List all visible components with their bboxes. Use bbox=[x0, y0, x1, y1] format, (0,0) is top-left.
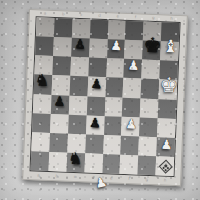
coordinate-label: g bbox=[152, 16, 155, 20]
piece-white-pawn-f3[interactable]: ♟ bbox=[125, 117, 137, 130]
coordinate-label: e bbox=[110, 176, 113, 180]
piece-black-pawn-d3[interactable]: ♟ bbox=[89, 115, 101, 128]
coordinate-label: h bbox=[164, 179, 167, 183]
board-maker-emblem bbox=[159, 160, 173, 174]
coordinate-label: f bbox=[128, 177, 130, 181]
piece-black-knight-c1[interactable]: ♞ bbox=[68, 151, 83, 168]
piece-black-knight-a5[interactable]: ♞ bbox=[35, 72, 50, 89]
coordinate-label: c bbox=[74, 175, 76, 179]
piece-white-pawn-h2[interactable]: ♟ bbox=[161, 138, 173, 151]
piece-white-king-h5[interactable]: ♚ bbox=[160, 74, 179, 95]
coordinate-label: f bbox=[135, 15, 137, 19]
off-board-white-pawn[interactable]: ♟ bbox=[94, 175, 108, 190]
piece-black-pawn-b4[interactable]: ♟ bbox=[53, 95, 65, 108]
coordinate-label: c bbox=[80, 13, 82, 17]
coordinate-label: a bbox=[37, 173, 40, 177]
chess-board: abcdefgh abcdefgh ········ ♟♟♚♝♟♞♟♚♟♟♟♟♞ bbox=[22, 9, 188, 186]
pieces-layer: ♟♟♚♝♟♞♟♚♟♟♟♟♞ bbox=[29, 16, 180, 177]
coordinate-label: g bbox=[145, 178, 148, 182]
piece-black-pawn-d5[interactable]: ♟ bbox=[90, 77, 102, 90]
piece-black-king-g7[interactable]: ♚ bbox=[143, 35, 162, 56]
coordinate-label: b bbox=[55, 174, 58, 178]
piece-white-pawn-e7[interactable]: ♟ bbox=[110, 39, 122, 52]
coordinate-label: h bbox=[170, 17, 173, 21]
coordinate-label: d bbox=[98, 14, 101, 18]
piece-white-bishop-h7[interactable]: ♝ bbox=[163, 38, 179, 56]
board-brand-text: ········ bbox=[180, 77, 184, 94]
piece-black-pawn-c7[interactable]: ♟ bbox=[74, 37, 86, 50]
coordinate-label: b bbox=[62, 12, 65, 16]
photo-background: abcdefgh abcdefgh ········ ♟♟♚♝♟♞♟♚♟♟♟♟♞… bbox=[0, 0, 200, 200]
piece-white-pawn-f6[interactable]: ♟ bbox=[127, 59, 139, 72]
coordinate-label: a bbox=[44, 12, 47, 16]
coordinate-label: e bbox=[116, 15, 119, 19]
